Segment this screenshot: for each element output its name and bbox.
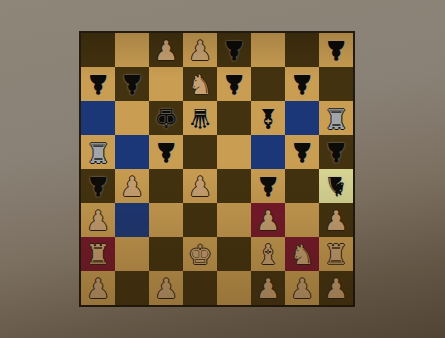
square-e7[interactable]: ♟ xyxy=(217,67,251,101)
square-g8[interactable] xyxy=(285,33,319,67)
square-e8[interactable]: ♟ xyxy=(217,33,251,67)
square-h4[interactable]: ♞ xyxy=(319,169,353,203)
square-f3[interactable]: ♟ xyxy=(251,203,285,237)
square-a5[interactable]: ♜ xyxy=(81,135,115,169)
square-b6[interactable] xyxy=(115,101,149,135)
square-a7[interactable]: ♟ xyxy=(81,67,115,101)
square-h8[interactable]: ♟ xyxy=(319,33,353,67)
square-f1[interactable]: ♟ xyxy=(251,271,285,305)
piece-black-pawn: ♟ xyxy=(324,37,348,64)
square-c6[interactable]: ♚ xyxy=(149,101,183,135)
square-d1[interactable] xyxy=(183,271,217,305)
square-e5[interactable] xyxy=(217,135,251,169)
square-e1[interactable] xyxy=(217,271,251,305)
square-d4[interactable]: ♟ xyxy=(183,169,217,203)
square-f5[interactable] xyxy=(251,135,285,169)
square-g7[interactable]: ♟ xyxy=(285,67,319,101)
square-a4[interactable]: ♟ xyxy=(81,169,115,203)
square-h3[interactable]: ♟ xyxy=(319,203,353,237)
game-scene: ♟♟♟♟♟♟♞♟♟♚♛♝♜♜♟♟♟♟♟♟♟♞♟♟♟♜♚♝♞♜♟♟♟♟♟ xyxy=(0,0,445,338)
piece-black-pawn: ♟ xyxy=(222,71,246,98)
piece-black-pawn: ♟ xyxy=(154,139,178,166)
square-c1[interactable]: ♟ xyxy=(149,271,183,305)
square-b2[interactable] xyxy=(115,237,149,271)
square-g2[interactable]: ♞ xyxy=(285,237,319,271)
piece-white-pawn: ♟ xyxy=(86,207,110,234)
square-f4[interactable]: ♟ xyxy=(251,169,285,203)
square-a2[interactable]: ♜ xyxy=(81,237,115,271)
piece-white-rook: ♜ xyxy=(324,241,348,268)
piece-black-pawn: ♟ xyxy=(120,71,144,98)
piece-black-pawn: ♟ xyxy=(256,173,280,200)
square-d5[interactable] xyxy=(183,135,217,169)
square-g5[interactable]: ♟ xyxy=(285,135,319,169)
square-f6[interactable]: ♝ xyxy=(251,101,285,135)
square-d3[interactable] xyxy=(183,203,217,237)
square-e4[interactable] xyxy=(217,169,251,203)
square-h6[interactable]: ♜ xyxy=(319,101,353,135)
piece-black-bishop: ♝ xyxy=(256,105,280,132)
square-g4[interactable] xyxy=(285,169,319,203)
square-c2[interactable] xyxy=(149,237,183,271)
square-a3[interactable]: ♟ xyxy=(81,203,115,237)
square-h7[interactable] xyxy=(319,67,353,101)
piece-black-rook: ♜ xyxy=(86,139,110,166)
square-c3[interactable] xyxy=(149,203,183,237)
piece-black-pawn: ♟ xyxy=(222,37,246,64)
square-d8[interactable]: ♟ xyxy=(183,33,217,67)
square-f2[interactable]: ♝ xyxy=(251,237,285,271)
square-c5[interactable]: ♟ xyxy=(149,135,183,169)
square-b3[interactable] xyxy=(115,203,149,237)
square-h5[interactable]: ♟ xyxy=(319,135,353,169)
piece-white-pawn: ♟ xyxy=(188,173,212,200)
square-c7[interactable] xyxy=(149,67,183,101)
square-b1[interactable] xyxy=(115,271,149,305)
square-b5[interactable] xyxy=(115,135,149,169)
piece-black-pawn: ♟ xyxy=(324,139,348,166)
piece-white-king: ♚ xyxy=(188,241,212,268)
square-c8[interactable]: ♟ xyxy=(149,33,183,67)
square-f7[interactable] xyxy=(251,67,285,101)
square-g1[interactable]: ♟ xyxy=(285,271,319,305)
piece-black-rook: ♜ xyxy=(324,105,348,132)
square-e2[interactable] xyxy=(217,237,251,271)
square-b7[interactable]: ♟ xyxy=(115,67,149,101)
piece-white-pawn: ♟ xyxy=(324,275,348,302)
square-d2[interactable]: ♚ xyxy=(183,237,217,271)
piece-white-pawn: ♟ xyxy=(120,173,144,200)
square-h1[interactable]: ♟ xyxy=(319,271,353,305)
piece-black-pawn: ♟ xyxy=(86,173,110,200)
piece-white-rook: ♜ xyxy=(86,241,110,268)
piece-white-knight: ♞ xyxy=(290,241,314,268)
piece-white-pawn: ♟ xyxy=(154,37,178,64)
piece-white-pawn: ♟ xyxy=(290,275,314,302)
piece-white-pawn: ♟ xyxy=(256,275,280,302)
piece-black-king: ♚ xyxy=(154,105,178,132)
square-d6[interactable]: ♛ xyxy=(183,101,217,135)
piece-white-bishop: ♝ xyxy=(256,241,280,268)
piece-white-pawn: ♟ xyxy=(86,275,110,302)
piece-white-pawn: ♟ xyxy=(154,275,178,302)
square-a6[interactable] xyxy=(81,101,115,135)
piece-black-queen: ♛ xyxy=(188,105,212,132)
piece-white-pawn: ♟ xyxy=(188,37,212,64)
piece-black-pawn: ♟ xyxy=(290,71,314,98)
piece-black-pawn: ♟ xyxy=(290,139,314,166)
square-e6[interactable] xyxy=(217,101,251,135)
piece-white-knight: ♞ xyxy=(188,71,212,98)
square-g6[interactable] xyxy=(285,101,319,135)
square-b8[interactable] xyxy=(115,33,149,67)
square-a1[interactable]: ♟ xyxy=(81,271,115,305)
square-d7[interactable]: ♞ xyxy=(183,67,217,101)
square-h2[interactable]: ♜ xyxy=(319,237,353,271)
square-c4[interactable] xyxy=(149,169,183,203)
piece-white-pawn: ♟ xyxy=(256,207,280,234)
piece-white-pawn: ♟ xyxy=(324,207,348,234)
square-e3[interactable] xyxy=(217,203,251,237)
piece-black-pawn: ♟ xyxy=(86,71,110,98)
square-b4[interactable]: ♟ xyxy=(115,169,149,203)
square-a8[interactable] xyxy=(81,33,115,67)
chess-board: ♟♟♟♟♟♟♞♟♟♚♛♝♜♜♟♟♟♟♟♟♟♞♟♟♟♜♚♝♞♜♟♟♟♟♟ xyxy=(81,33,353,305)
square-g3[interactable] xyxy=(285,203,319,237)
piece-black-knight: ♞ xyxy=(324,173,348,200)
square-f8[interactable] xyxy=(251,33,285,67)
